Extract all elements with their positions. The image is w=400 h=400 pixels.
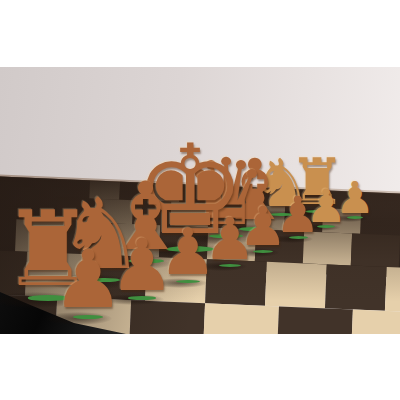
photo-area: ♜♞♝♚♛♝♞♜♟♟♟♟♟♟♟♟ xyxy=(0,67,400,334)
white-margin-top xyxy=(0,0,400,67)
pieces-layer: ♜♞♝♚♛♝♞♜♟♟♟♟♟♟♟♟ xyxy=(0,67,400,334)
white-pawn-glyph: ♟ xyxy=(52,240,124,320)
white-margin-bottom xyxy=(0,334,400,400)
product-photo: ♜♞♝♚♛♝♞♜♟♟♟♟♟♟♟♟ xyxy=(0,0,400,400)
